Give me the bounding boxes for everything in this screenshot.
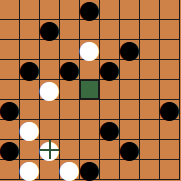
black-stone: ●: [0, 140, 20, 159]
cell-r0c0[interactable]: [0, 0, 20, 20]
white-stone: ●: [39, 80, 61, 99]
white-stone: ●: [59, 160, 81, 179]
cell-r8c3[interactable]: ●: [60, 160, 80, 180]
cell-r0c3[interactable]: [60, 0, 80, 20]
cell-r7c8[interactable]: [160, 140, 180, 160]
white-stone: ●: [19, 160, 41, 179]
cell-r7c3[interactable]: [60, 140, 80, 160]
cell-r6c0[interactable]: [0, 120, 20, 140]
cell-r7c5[interactable]: [100, 140, 120, 160]
cell-r1c1[interactable]: [20, 20, 40, 40]
white-stone: ●: [79, 40, 101, 59]
black-stone: ●: [99, 120, 121, 139]
cell-r6c4[interactable]: [80, 120, 100, 140]
cell-r4c5[interactable]: [100, 80, 120, 100]
cell-r5c1[interactable]: [20, 100, 40, 120]
cross-marker-vertical: [49, 140, 51, 159]
cell-r6c6[interactable]: [120, 120, 140, 140]
cell-r8c7[interactable]: [140, 160, 160, 180]
cell-r3c3[interactable]: ●: [60, 60, 80, 80]
cell-r6c1[interactable]: ●: [20, 120, 40, 140]
cell-r6c8[interactable]: [160, 120, 180, 140]
cross-marker-horizontal: [40, 149, 59, 151]
cell-r4c6[interactable]: [120, 80, 140, 100]
green-square-marker: [80, 80, 99, 99]
cell-r0c5[interactable]: [100, 0, 120, 20]
cell-r1c5[interactable]: [100, 20, 120, 40]
cell-r7c6[interactable]: ●: [120, 140, 140, 160]
cell-r5c0[interactable]: ●: [0, 100, 20, 120]
cell-r2c4[interactable]: ●: [80, 40, 100, 60]
cell-r8c5[interactable]: [100, 160, 120, 180]
cell-r3c7[interactable]: [140, 60, 160, 80]
cell-r4c0[interactable]: [0, 80, 20, 100]
cell-r0c8[interactable]: [160, 0, 180, 20]
cell-r6c7[interactable]: [140, 120, 160, 140]
cell-r8c8[interactable]: [160, 160, 180, 180]
black-stone: ●: [119, 40, 141, 59]
cell-r0c6[interactable]: [120, 0, 140, 20]
cell-r2c6[interactable]: ●: [120, 40, 140, 60]
cell-r0c7[interactable]: [140, 0, 160, 20]
black-stone: ●: [79, 0, 101, 19]
cell-r3c4[interactable]: [80, 60, 100, 80]
cell-r1c3[interactable]: [60, 20, 80, 40]
cell-r1c7[interactable]: [140, 20, 160, 40]
cell-r8c0[interactable]: [0, 160, 20, 180]
cell-r4c3[interactable]: [60, 80, 80, 100]
cell-r4c4[interactable]: [80, 80, 100, 100]
white-stone: ●: [19, 120, 41, 139]
cell-r7c4[interactable]: [80, 140, 100, 160]
cell-r2c3[interactable]: [60, 40, 80, 60]
cell-r0c1[interactable]: [20, 0, 40, 20]
black-stone: ●: [99, 60, 121, 79]
cell-r3c0[interactable]: [0, 60, 20, 80]
cell-r6c2[interactable]: [40, 120, 60, 140]
cell-r3c8[interactable]: [160, 60, 180, 80]
cell-r1c2[interactable]: ●: [40, 20, 60, 40]
black-stone: ●: [79, 160, 101, 179]
cell-r7c0[interactable]: ●: [0, 140, 20, 160]
board-grid: ●●●●●●●●●●●●●●●●●●: [0, 0, 180, 180]
cell-r4c2[interactable]: ●: [40, 80, 60, 100]
cell-r2c0[interactable]: [0, 40, 20, 60]
cell-r3c2[interactable]: [40, 60, 60, 80]
cell-r2c5[interactable]: [100, 40, 120, 60]
black-stone: ●: [19, 60, 41, 79]
cell-r5c7[interactable]: [140, 100, 160, 120]
cell-r1c0[interactable]: [0, 20, 20, 40]
cell-r4c8[interactable]: [160, 80, 180, 100]
cell-r1c8[interactable]: [160, 20, 180, 40]
cell-r6c5[interactable]: ●: [100, 120, 120, 140]
cell-r0c2[interactable]: [40, 0, 60, 20]
cell-r3c1[interactable]: ●: [20, 60, 40, 80]
black-stone: ●: [159, 100, 181, 119]
cell-r1c6[interactable]: [120, 20, 140, 40]
black-stone: ●: [59, 60, 81, 79]
cell-r3c6[interactable]: [120, 60, 140, 80]
board: ●●●●●●●●●●●●●●●●●●: [0, 0, 181, 181]
cell-r2c1[interactable]: [20, 40, 40, 60]
cell-r5c5[interactable]: [100, 100, 120, 120]
cell-r5c8[interactable]: ●: [160, 100, 180, 120]
cell-r1c4[interactable]: [80, 20, 100, 40]
cell-r5c4[interactable]: [80, 100, 100, 120]
cell-r0c4[interactable]: ●: [80, 0, 100, 20]
cell-r2c7[interactable]: [140, 40, 160, 60]
cell-r5c6[interactable]: [120, 100, 140, 120]
cell-r8c2[interactable]: [40, 160, 60, 180]
cell-r7c2[interactable]: ●: [40, 140, 60, 160]
cell-r5c2[interactable]: [40, 100, 60, 120]
cell-r2c8[interactable]: [160, 40, 180, 60]
cell-r4c1[interactable]: [20, 80, 40, 100]
black-stone: ●: [0, 100, 20, 119]
cell-r8c4[interactable]: ●: [80, 160, 100, 180]
cell-r5c3[interactable]: [60, 100, 80, 120]
black-stone: ●: [39, 20, 61, 39]
cell-r6c3[interactable]: [60, 120, 80, 140]
cell-r8c1[interactable]: ●: [20, 160, 40, 180]
black-stone: ●: [119, 140, 141, 159]
cell-r4c7[interactable]: [140, 80, 160, 100]
cell-r8c6[interactable]: [120, 160, 140, 180]
cell-r7c1[interactable]: [20, 140, 40, 160]
crossed-white-stone: ●: [39, 140, 61, 159]
cell-r7c7[interactable]: [140, 140, 160, 160]
cell-r3c5[interactable]: ●: [100, 60, 120, 80]
cell-r2c2[interactable]: [40, 40, 60, 60]
